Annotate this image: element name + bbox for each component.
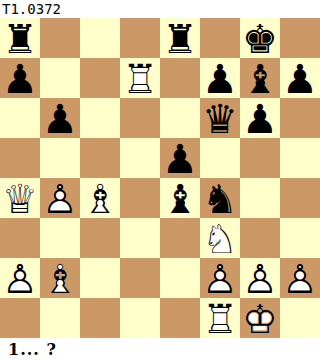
piece-glyph: ♞ [200, 178, 240, 218]
piece-glyph: ♜ [160, 18, 200, 58]
square-d2[interactable] [120, 258, 160, 298]
square-d7[interactable]: ♜♖ [120, 58, 160, 98]
square-f7[interactable]: ♟ [200, 58, 240, 98]
piece-glyph: ♝ [160, 178, 200, 218]
square-b3[interactable] [40, 218, 80, 258]
square-h1[interactable] [280, 298, 320, 338]
square-f3[interactable]: ♞♘ [200, 218, 240, 258]
square-g2[interactable]: ♟♙ [240, 258, 280, 298]
piece-black-queen[interactable]: ♛ [200, 98, 240, 138]
square-c3[interactable] [80, 218, 120, 258]
move-prompt: 1... ? [8, 340, 57, 359]
piece-white-pawn[interactable]: ♟♙ [40, 178, 80, 218]
square-e1[interactable] [160, 298, 200, 338]
piece-glyph: ♚ [240, 18, 280, 58]
piece-glyph-outline: ♘ [200, 218, 240, 258]
piece-glyph-outline: ♙ [200, 258, 240, 298]
piece-glyph-outline: ♙ [40, 178, 80, 218]
square-h3[interactable] [280, 218, 320, 258]
piece-white-pawn[interactable]: ♟♙ [0, 258, 40, 298]
piece-glyph: ♟ [40, 98, 80, 138]
square-b8[interactable] [40, 18, 80, 58]
square-a2[interactable]: ♟♙ [0, 258, 40, 298]
piece-glyph-outline: ♗ [80, 178, 120, 218]
piece-black-king[interactable]: ♚ [240, 18, 280, 58]
piece-black-rook[interactable]: ♜ [0, 18, 40, 58]
square-g5[interactable] [240, 138, 280, 178]
piece-white-bishop[interactable]: ♝♗ [80, 178, 120, 218]
square-c7[interactable] [80, 58, 120, 98]
square-a4[interactable]: ♛♕ [0, 178, 40, 218]
chess-board: ♜♜♚♟♜♖♟♝♟♟♛♟♟♛♕♟♙♝♗♝♞♞♘♟♙♝♗♟♙♟♙♟♙♜♖♚♔ [0, 18, 320, 338]
square-h7[interactable]: ♟ [280, 58, 320, 98]
piece-white-queen[interactable]: ♛♕ [0, 178, 40, 218]
square-f5[interactable] [200, 138, 240, 178]
square-h2[interactable]: ♟♙ [280, 258, 320, 298]
piece-white-pawn[interactable]: ♟♙ [200, 258, 240, 298]
square-f8[interactable] [200, 18, 240, 58]
square-g6[interactable]: ♟ [240, 98, 280, 138]
piece-black-pawn[interactable]: ♟ [200, 58, 240, 98]
square-c2[interactable] [80, 258, 120, 298]
square-c8[interactable] [80, 18, 120, 58]
square-h8[interactable] [280, 18, 320, 58]
piece-black-pawn[interactable]: ♟ [40, 98, 80, 138]
chess-app-window: T1.0372 ♜♜♚♟♜♖♟♝♟♟♛♟♟♛♕♟♙♝♗♝♞♞♘♟♙♝♗♟♙♟♙♟… [0, 0, 320, 360]
square-g7[interactable]: ♝ [240, 58, 280, 98]
square-g1[interactable]: ♚♔ [240, 298, 280, 338]
piece-glyph: ♟ [240, 98, 280, 138]
square-d5[interactable] [120, 138, 160, 178]
piece-glyph-outline: ♔ [240, 298, 280, 338]
piece-white-knight[interactable]: ♞♘ [200, 218, 240, 258]
square-f2[interactable]: ♟♙ [200, 258, 240, 298]
square-a8[interactable]: ♜ [0, 18, 40, 58]
piece-black-pawn[interactable]: ♟ [280, 58, 320, 98]
piece-white-rook[interactable]: ♜♖ [200, 298, 240, 338]
piece-glyph: ♜ [0, 18, 40, 58]
square-a1[interactable] [0, 298, 40, 338]
piece-glyph-outline: ♕ [0, 178, 40, 218]
position-label: T1.0372 [2, 1, 61, 17]
square-e3[interactable] [160, 218, 200, 258]
piece-glyph-outline: ♙ [0, 258, 40, 298]
square-e5[interactable]: ♟ [160, 138, 200, 178]
square-a5[interactable] [0, 138, 40, 178]
piece-glyph: ♟ [200, 58, 240, 98]
square-e6[interactable] [160, 98, 200, 138]
square-h6[interactable] [280, 98, 320, 138]
square-d4[interactable] [120, 178, 160, 218]
square-f6[interactable]: ♛ [200, 98, 240, 138]
square-c4[interactable]: ♝♗ [80, 178, 120, 218]
square-e4[interactable]: ♝ [160, 178, 200, 218]
piece-white-bishop[interactable]: ♝♗ [40, 258, 80, 298]
square-b1[interactable] [40, 298, 80, 338]
piece-glyph-outline: ♙ [280, 258, 320, 298]
square-g4[interactable] [240, 178, 280, 218]
square-b2[interactable]: ♝♗ [40, 258, 80, 298]
piece-white-pawn[interactable]: ♟♙ [240, 258, 280, 298]
square-b7[interactable] [40, 58, 80, 98]
square-f4[interactable]: ♞ [200, 178, 240, 218]
square-b6[interactable]: ♟ [40, 98, 80, 138]
square-e8[interactable]: ♜ [160, 18, 200, 58]
piece-glyph: ♝ [240, 58, 280, 98]
square-c5[interactable] [80, 138, 120, 178]
piece-white-rook[interactable]: ♜♖ [120, 58, 160, 98]
square-f1[interactable]: ♜♖ [200, 298, 240, 338]
square-b5[interactable] [40, 138, 80, 178]
square-d6[interactable] [120, 98, 160, 138]
square-a3[interactable] [0, 218, 40, 258]
piece-glyph: ♛ [200, 98, 240, 138]
piece-white-pawn[interactable]: ♟♙ [280, 258, 320, 298]
piece-black-pawn[interactable]: ♟ [240, 98, 280, 138]
piece-black-pawn[interactable]: ♟ [160, 138, 200, 178]
piece-black-knight[interactable]: ♞ [200, 178, 240, 218]
piece-glyph-outline: ♗ [40, 258, 80, 298]
piece-black-bishop[interactable]: ♝ [160, 178, 200, 218]
piece-glyph-outline: ♖ [120, 58, 160, 98]
square-d1[interactable] [120, 298, 160, 338]
piece-white-king[interactable]: ♚♔ [240, 298, 280, 338]
piece-glyph-outline: ♙ [240, 258, 280, 298]
square-g3[interactable] [240, 218, 280, 258]
piece-glyph: ♟ [0, 58, 40, 98]
piece-black-pawn[interactable]: ♟ [0, 58, 40, 98]
square-b4[interactable]: ♟♙ [40, 178, 80, 218]
piece-black-bishop[interactable]: ♝ [240, 58, 280, 98]
square-d3[interactable] [120, 218, 160, 258]
piece-glyph: ♟ [280, 58, 320, 98]
piece-glyph: ♟ [160, 138, 200, 178]
square-a7[interactable]: ♟ [0, 58, 40, 98]
square-e2[interactable] [160, 258, 200, 298]
square-h5[interactable] [280, 138, 320, 178]
square-d8[interactable] [120, 18, 160, 58]
piece-glyph-outline: ♖ [200, 298, 240, 338]
square-a6[interactable] [0, 98, 40, 138]
square-c1[interactable] [80, 298, 120, 338]
square-h4[interactable] [280, 178, 320, 218]
square-c6[interactable] [80, 98, 120, 138]
piece-black-rook[interactable]: ♜ [160, 18, 200, 58]
square-e7[interactable] [160, 58, 200, 98]
square-g8[interactable]: ♚ [240, 18, 280, 58]
